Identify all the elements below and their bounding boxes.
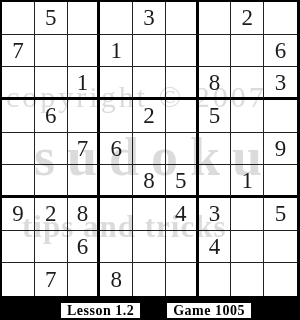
cell-r1c2: 5 (35, 2, 68, 35)
cell-r8c2[interactable] (35, 231, 68, 264)
cell-r3c5[interactable] (133, 67, 166, 100)
cell-r9c4: 8 (100, 263, 133, 296)
cell-r2c4: 1 (100, 35, 133, 68)
cell-r5c1[interactable] (2, 133, 35, 166)
cell-r9c1[interactable] (2, 263, 35, 296)
cell-r1c8: 2 (231, 2, 264, 35)
cell-r2c5[interactable] (133, 35, 166, 68)
cell-r5c7[interactable] (199, 133, 232, 166)
cell-r4c7: 5 (199, 100, 232, 133)
cell-r6c3[interactable] (68, 165, 101, 198)
cell-r6c8: 1 (231, 165, 264, 198)
cell-r1c5: 3 (133, 2, 166, 35)
cell-r3c1[interactable] (2, 67, 35, 100)
cell-r2c8[interactable] (231, 35, 264, 68)
cell-r4c5: 2 (133, 100, 166, 133)
cell-r6c1[interactable] (2, 165, 35, 198)
sudoku-board: 5327161836257698519284356478 copyright ©… (0, 0, 300, 300)
cell-r3c2[interactable] (35, 67, 68, 100)
cell-r9c8[interactable] (231, 263, 264, 296)
cell-r5c2[interactable] (35, 133, 68, 166)
cell-r1c4[interactable] (100, 2, 133, 35)
game-number-label: Game 1005 (167, 303, 251, 318)
cell-r3c7: 8 (199, 67, 232, 100)
cell-r3c8[interactable] (231, 67, 264, 100)
cell-r9c7[interactable] (199, 263, 232, 296)
cell-r1c7[interactable] (199, 2, 232, 35)
cell-r8c9[interactable] (264, 231, 297, 264)
cell-r8c5[interactable] (133, 231, 166, 264)
cell-r8c3: 6 (68, 231, 101, 264)
cell-r3c3: 1 (68, 67, 101, 100)
cell-r7c9: 5 (264, 198, 297, 231)
cell-r9c9[interactable] (264, 263, 297, 296)
cell-r5c9: 9 (264, 133, 297, 166)
cell-r1c6[interactable] (166, 2, 199, 35)
cell-r2c6[interactable] (166, 35, 199, 68)
cell-r8c7: 4 (199, 231, 232, 264)
cell-r6c7[interactable] (199, 165, 232, 198)
cell-r7c2: 2 (35, 198, 68, 231)
cell-r6c4[interactable] (100, 165, 133, 198)
footer-bar: Lesson 1.2 Game 1005 (0, 300, 300, 320)
cell-r7c8[interactable] (231, 198, 264, 231)
cell-r1c3[interactable] (68, 2, 101, 35)
cell-r7c3: 8 (68, 198, 101, 231)
cell-r7c5[interactable] (133, 198, 166, 231)
cell-r4c2: 6 (35, 100, 68, 133)
cell-r9c6[interactable] (166, 263, 199, 296)
cell-r8c8[interactable] (231, 231, 264, 264)
cell-r5c8[interactable] (231, 133, 264, 166)
cell-r9c5[interactable] (133, 263, 166, 296)
cell-r5c3: 7 (68, 133, 101, 166)
cell-r3c6[interactable] (166, 67, 199, 100)
cell-r4c1[interactable] (2, 100, 35, 133)
cell-r2c9: 6 (264, 35, 297, 68)
cell-r5c4: 6 (100, 133, 133, 166)
sudoku-page: 5327161836257698519284356478 copyright ©… (0, 0, 300, 320)
cell-r7c1: 9 (2, 198, 35, 231)
cell-r7c6: 4 (166, 198, 199, 231)
cell-r8c6[interactable] (166, 231, 199, 264)
cell-r5c5[interactable] (133, 133, 166, 166)
cell-r4c6[interactable] (166, 100, 199, 133)
cell-r2c7[interactable] (199, 35, 232, 68)
cell-r9c3[interactable] (68, 263, 101, 296)
cell-r2c2[interactable] (35, 35, 68, 68)
lesson-label: Lesson 1.2 (61, 303, 140, 318)
cell-r4c3[interactable] (68, 100, 101, 133)
cell-r4c4[interactable] (100, 100, 133, 133)
cell-r7c7: 3 (199, 198, 232, 231)
cell-r6c9[interactable] (264, 165, 297, 198)
cell-r7c4[interactable] (100, 198, 133, 231)
cell-r1c1[interactable] (2, 2, 35, 35)
cell-r8c1[interactable] (2, 231, 35, 264)
cell-r1c9[interactable] (264, 2, 297, 35)
cell-r4c9[interactable] (264, 100, 297, 133)
cell-r8c4[interactable] (100, 231, 133, 264)
cell-r5c6[interactable] (166, 133, 199, 166)
cell-r6c5: 8 (133, 165, 166, 198)
cell-r3c4[interactable] (100, 67, 133, 100)
cell-r4c8[interactable] (231, 100, 264, 133)
cell-r6c2[interactable] (35, 165, 68, 198)
cell-r2c3[interactable] (68, 35, 101, 68)
cell-r2c1: 7 (2, 35, 35, 68)
cell-r6c6: 5 (166, 165, 199, 198)
cell-r9c2: 7 (35, 263, 68, 296)
cell-r3c9: 3 (264, 67, 297, 100)
